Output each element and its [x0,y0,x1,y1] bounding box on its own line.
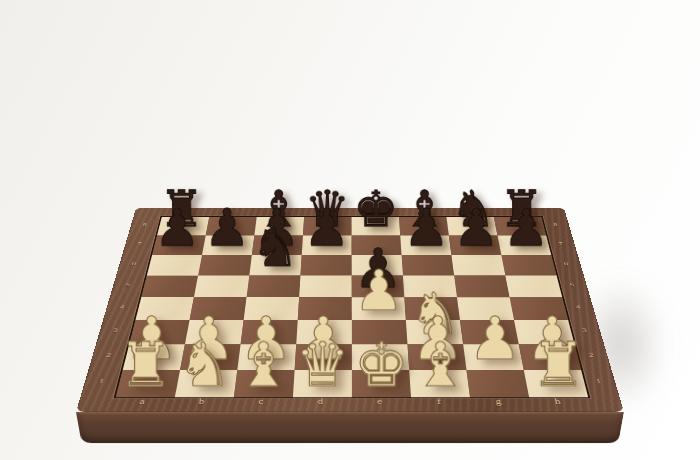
square-f8[interactable]: ♝ [399,217,449,236]
square-c5[interactable] [247,276,301,298]
square-a8[interactable]: ♜ [157,217,209,236]
square-b7[interactable]: ♟ [202,236,254,256]
square-e1[interactable]: ♚ [352,370,411,397]
left-rank-label-6: 6 [130,261,138,266]
chessboard-photo: ♜♝♛♚♝♞♜♟♟♟♟♟♟♟♞♟♟♞♟♟♟♟♟♟♟♜♞♝♛♚♝♜ 88a77b6… [0,0,700,460]
piece-white-knight-b1: ♞ [177,335,232,396]
file-label-h: h [552,397,564,406]
square-f2[interactable]: ♟ [407,344,466,370]
right-rank-label-8: 8 [552,223,560,227]
right-rank-label-4: 4 [574,304,583,309]
file-label-f: f [434,397,445,406]
board-frame: ♜♝♛♚♝♞♜♟♟♟♟♟♟♟♞♟♟♞♟♟♟♟♟♟♟♜♞♝♛♚♝♜ 88a77b6… [76,208,624,412]
square-d6[interactable] [300,255,351,276]
square-a5[interactable] [141,276,198,298]
square-d4[interactable] [298,297,352,320]
square-b4[interactable] [190,297,247,320]
square-g4[interactable] [457,297,514,320]
right-rank-label-2: 2 [587,352,596,358]
square-a1[interactable]: ♜ [116,370,180,397]
square-h8[interactable]: ♜ [494,217,546,236]
square-f4[interactable] [404,297,460,320]
square-c6[interactable]: ♞ [249,255,301,276]
square-c8[interactable]: ♝ [254,217,304,236]
square-h5[interactable] [505,276,562,298]
square-h2[interactable]: ♟ [519,344,581,370]
square-g5[interactable] [454,276,509,298]
left-rank-label-2: 2 [104,352,113,358]
square-e5[interactable]: ♟ [352,276,405,298]
square-e8[interactable]: ♚ [352,217,401,236]
board-front-edge [76,412,624,443]
file-label-d: d [315,397,325,406]
square-c1[interactable]: ♝ [234,370,295,397]
square-e2[interactable] [352,344,409,370]
piece-black-king-e8: ♚ [353,184,398,234]
square-h6[interactable] [501,255,556,276]
left-rank-label-4: 4 [118,304,127,309]
board-scene: ♜♝♛♚♝♞♜♟♟♟♟♟♟♟♞♟♟♞♟♟♟♟♟♟♟♜♞♝♛♚♝♜ 88a77b6… [76,0,624,412]
square-b1[interactable]: ♞ [175,370,237,397]
square-g3[interactable] [460,320,519,344]
piece-black-knight-g8: ♞ [451,184,496,234]
square-f7[interactable]: ♟ [400,236,451,256]
square-d8[interactable]: ♛ [303,217,352,236]
piece-white-bishop-c1: ♝ [236,335,291,396]
square-c4[interactable] [244,297,300,320]
right-rank-label-6: 6 [562,261,570,266]
right-rank-label-7: 7 [557,241,565,246]
piece-white-king-e1: ♚ [354,335,409,396]
left-rank-label-7: 7 [136,241,144,246]
square-c2[interactable]: ♟ [237,344,296,370]
square-f6[interactable] [402,255,455,276]
file-label-c: c [256,397,267,406]
square-d5[interactable] [299,276,352,298]
square-e6[interactable] [352,255,403,276]
right-rank-label-3: 3 [580,327,589,333]
square-a4[interactable] [135,297,193,320]
square-h1[interactable]: ♜ [524,370,588,397]
right-rank-label-5: 5 [568,282,576,287]
piece-white-queen-d1: ♛ [295,335,350,396]
left-rank-label-5: 5 [124,282,132,287]
square-a2[interactable]: ♟ [123,344,185,370]
square-b2[interactable]: ♟ [180,344,241,370]
piece-black-rook-h8: ♜ [499,184,544,234]
square-b8[interactable] [206,217,257,236]
square-b3[interactable] [185,320,244,344]
right-rank-label-1: 1 [594,378,604,384]
piece-white-rook-a1: ♜ [118,335,173,396]
piece-white-rook-h1: ♜ [531,335,586,396]
chessboard: ♜♝♛♚♝♞♜♟♟♟♟♟♟♟♞♟♟♞♟♟♟♟♟♟♟♜♞♝♛♚♝♜ 88a77b6… [76,208,624,412]
square-f3[interactable]: ♞ [406,320,463,344]
square-h7[interactable]: ♟ [498,236,552,256]
left-rank-label-1: 1 [97,378,107,384]
piece-black-bishop-f8: ♝ [402,184,447,234]
square-h3[interactable] [514,320,574,344]
square-b5[interactable] [194,276,249,298]
file-label-e: e [375,397,385,406]
square-g7[interactable]: ♟ [449,236,501,256]
square-c3[interactable] [241,320,298,344]
square-e3[interactable] [352,320,408,344]
piece-black-queen-d8: ♛ [305,184,350,234]
file-label-g: g [493,397,504,406]
square-g8[interactable]: ♞ [446,217,497,236]
left-rank-label-3: 3 [111,327,120,333]
left-rank-label-8: 8 [141,223,149,227]
square-d3[interactable] [296,320,352,344]
square-d7[interactable]: ♟ [302,236,352,256]
square-h4[interactable] [510,297,569,320]
piece-black-bishop-c8: ♝ [256,184,301,234]
playing-grid: ♜♝♛♚♝♞♜♟♟♟♟♟♟♟♞♟♟♞♟♟♟♟♟♟♟♜♞♝♛♚♝♜ [114,216,591,398]
piece-white-bishop-f1: ♝ [413,335,468,396]
square-c7[interactable]: ♟ [252,236,303,256]
square-a3[interactable] [129,320,189,344]
square-g1[interactable] [466,370,529,397]
square-b6[interactable] [198,255,252,276]
square-d1[interactable]: ♛ [293,370,352,397]
file-label-a: a [136,397,148,406]
square-d2[interactable]: ♟ [295,344,352,370]
square-g2[interactable]: ♟ [463,344,524,370]
square-a6[interactable] [147,255,202,276]
square-e7[interactable] [352,236,402,256]
square-f1[interactable]: ♝ [409,370,470,397]
piece-black-rook-a8: ♜ [159,184,204,234]
square-f5[interactable] [403,276,457,298]
square-g6[interactable] [451,255,505,276]
square-e4[interactable]: ♟ [352,297,406,320]
file-label-b: b [196,397,207,406]
square-a7[interactable]: ♟ [152,236,206,256]
